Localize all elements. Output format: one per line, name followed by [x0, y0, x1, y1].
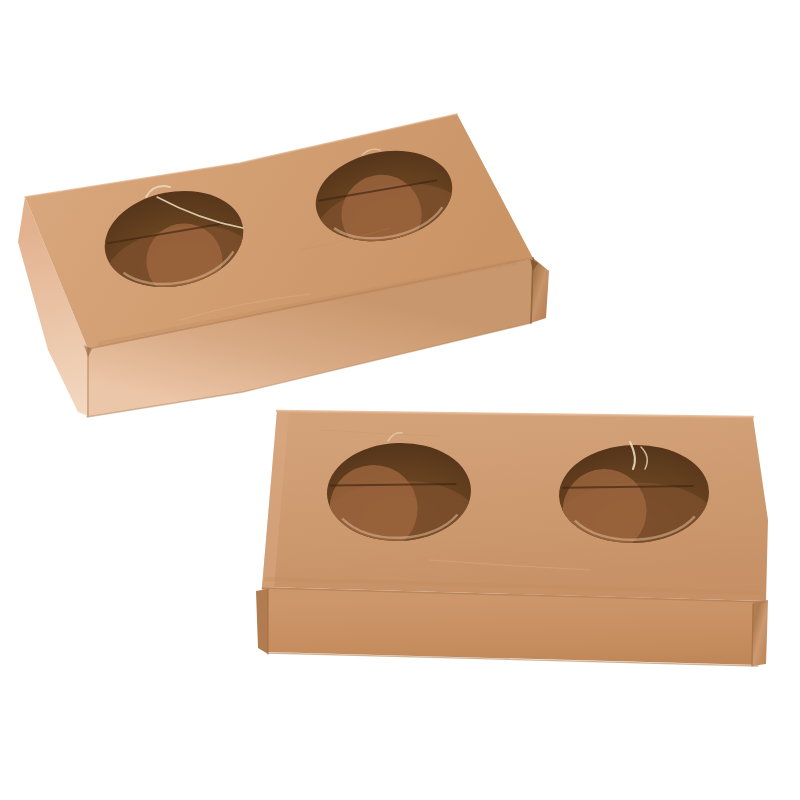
- product-photo: [0, 0, 800, 800]
- photo-scene: [0, 0, 800, 800]
- kraft-box-lower-right-right-end-flap: [752, 600, 768, 666]
- kraft-box-lower-right: [256, 411, 768, 666]
